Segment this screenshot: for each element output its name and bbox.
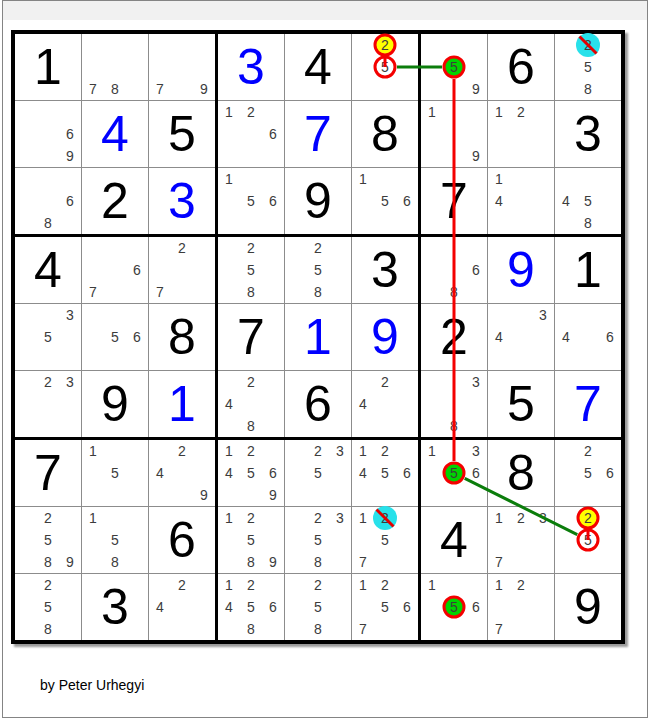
solved-digit: 6 [168, 515, 196, 565]
candidate-digit: 6 [403, 600, 411, 614]
candidate[interactable]: 5 [240, 596, 262, 618]
cell-r1c4[interactable]: 3 [218, 34, 284, 100]
cell-r8c1[interactable]: 2589 [15, 507, 81, 573]
author-credit: by Peter Urhegyi [40, 677, 144, 693]
cell-r1c6[interactable]: 25 [352, 34, 418, 100]
candidate[interactable]: 2 [510, 101, 532, 123]
candidate[interactable]: 6 [262, 190, 284, 212]
candidate-digit: 2 [247, 444, 255, 458]
board-grid: 1787934255962586945126781912368231569156… [15, 34, 621, 640]
cell-r7c3[interactable]: 249 [149, 440, 215, 506]
candidate[interactable]: 2 [307, 237, 329, 259]
candidate[interactable]: 3 [532, 507, 554, 529]
candidate[interactable]: 4 [149, 596, 171, 618]
candidate-digit: 1 [359, 172, 367, 186]
cell-r6c7[interactable]: 38 [421, 371, 487, 437]
candidate[interactable]: 8 [307, 551, 329, 573]
candidate-digit: 2 [247, 241, 255, 255]
candidate-red-ring[interactable]: 5 [374, 56, 396, 78]
candidate[interactable]: 6 [262, 462, 284, 484]
candidate-digit: 9 [472, 149, 480, 163]
candidate[interactable]: 2 [37, 507, 59, 529]
candidate-digit: 2 [247, 375, 255, 389]
candidate[interactable]: 8 [443, 281, 465, 303]
cell-r4c1[interactable]: 4 [15, 237, 81, 303]
candidate[interactable]: 6 [396, 190, 418, 212]
candidate[interactable]: 1 [218, 507, 240, 529]
cell-r6c9[interactable]: 7 [555, 371, 621, 437]
cell-r6c2[interactable]: 9 [82, 371, 148, 437]
candidate-digit: 5 [584, 194, 592, 208]
candidate[interactable]: 1 [488, 101, 510, 123]
candidate[interactable]: 7 [149, 78, 171, 100]
candidate[interactable]: 1 [352, 507, 374, 529]
candidate[interactable]: 8 [240, 618, 262, 640]
candidate-digit: 5 [381, 600, 389, 614]
candidate[interactable]: 1 [421, 101, 443, 123]
cell-r6c6[interactable]: 24 [352, 371, 418, 437]
candidate[interactable]: 2 [171, 440, 193, 462]
candidate[interactable]: 1 [82, 507, 104, 529]
candidate[interactable]: 6 [59, 190, 81, 212]
candidate[interactable]: 1 [488, 574, 510, 596]
candidate[interactable]: 3 [532, 304, 554, 326]
candidate-digit: 1 [495, 511, 503, 525]
candidate-digit: 5 [381, 194, 389, 208]
cell-r3c8[interactable]: 14 [488, 168, 554, 234]
candidate[interactable]: 3 [329, 507, 351, 529]
cell-r7c8[interactable]: 8 [488, 440, 554, 506]
candidate[interactable]: 8 [104, 78, 126, 100]
candidate[interactable]: 8 [577, 212, 599, 234]
candidate-digit: 8 [247, 285, 255, 299]
candidate[interactable]: 1 [352, 168, 374, 190]
candidate-digit: 1 [225, 105, 233, 119]
cell-r3c9[interactable]: 458 [555, 168, 621, 234]
cell-r4c6[interactable]: 3 [352, 237, 418, 303]
candidate-digit: 3 [66, 375, 74, 389]
candidate[interactable]: 9 [193, 78, 215, 100]
candidate-digit: 2 [584, 511, 592, 525]
cell-r7c1[interactable]: 7 [15, 440, 81, 506]
cell-r9c9[interactable]: 9 [555, 574, 621, 640]
candidate[interactable]: 5 [240, 462, 262, 484]
candidate[interactable]: 8 [37, 212, 59, 234]
candidate[interactable]: 2 [171, 237, 193, 259]
candidate[interactable]: 3 [59, 371, 81, 393]
candidate[interactable]: 6 [262, 596, 284, 618]
candidate[interactable]: 2 [307, 440, 329, 462]
candidate[interactable]: 2 [510, 507, 532, 529]
candidate-digit: 2 [381, 444, 389, 458]
cell-r7c4[interactable]: 124569 [218, 440, 284, 506]
candidate-digit: 5 [247, 466, 255, 480]
candidate-green-circle[interactable]: 5 [443, 462, 465, 484]
candidate-digit: 1 [359, 444, 367, 458]
candidate[interactable]: 1 [421, 574, 443, 596]
candidate[interactable]: 3 [329, 440, 351, 462]
solved-digit: 2 [440, 312, 468, 362]
candidate[interactable]: 6 [599, 462, 621, 484]
candidate-digit: 2 [314, 241, 322, 255]
candidate-digit: 3 [66, 308, 74, 322]
cell-r1c1[interactable]: 1 [15, 34, 81, 100]
candidate-digit: 8 [111, 82, 119, 96]
candidate[interactable]: 3 [465, 440, 487, 462]
cell-r4c9[interactable]: 1 [555, 237, 621, 303]
candidate[interactable]: 4 [218, 596, 240, 618]
candidate[interactable]: 7 [149, 281, 171, 303]
candidate[interactable]: 5 [240, 259, 262, 281]
cell-r7c7[interactable]: 1356 [421, 440, 487, 506]
candidate[interactable]: 7 [488, 618, 510, 640]
candidate-digit: 2 [314, 578, 322, 592]
candidate[interactable]: 6 [465, 259, 487, 281]
cell-r4c2[interactable]: 67 [82, 237, 148, 303]
candidate[interactable]: 7 [82, 78, 104, 100]
candidate-digit: 2 [178, 444, 186, 458]
candidate-digit: 1 [359, 511, 367, 525]
cell-r7c2[interactable]: 15 [82, 440, 148, 506]
candidate-digit: 5 [381, 466, 389, 480]
candidate[interactable]: 2 [510, 574, 532, 596]
cell-r3c3[interactable]: 3 [149, 168, 215, 234]
candidate[interactable]: 1 [352, 440, 374, 462]
candidate[interactable]: 6 [599, 326, 621, 348]
candidate-digit: 4 [495, 330, 503, 344]
candidate-cyan-strike[interactable]: 2 [374, 507, 396, 529]
candidate[interactable]: 5 [104, 462, 126, 484]
candidate[interactable]: 8 [577, 78, 599, 100]
candidate-digit: 3 [472, 375, 480, 389]
candidate[interactable]: 7 [352, 551, 374, 573]
candidate-digit: 7 [495, 555, 503, 569]
solved-digit: 5 [507, 379, 535, 429]
candidate-digit: 3 [336, 511, 344, 525]
cell-r8c2[interactable]: 158 [82, 507, 148, 573]
candidate-digit: 2 [314, 444, 322, 458]
candidate-digit: 9 [269, 555, 277, 569]
candidate[interactable]: 5 [374, 190, 396, 212]
cell-r9c4[interactable]: 124568 [218, 574, 284, 640]
cell-r3c6[interactable]: 156 [352, 168, 418, 234]
candidate-digit: 5 [111, 330, 119, 344]
candidate-digit: 5 [247, 263, 255, 277]
candidate-digit: 9 [472, 82, 480, 96]
cell-r1c7[interactable]: 59 [421, 34, 487, 100]
cell-r8c7[interactable]: 4 [421, 507, 487, 573]
candidate-green-circle[interactable]: 5 [443, 56, 465, 78]
candidate[interactable]: 1 [218, 440, 240, 462]
cell-r7c5[interactable]: 235 [285, 440, 351, 506]
cell-r6c8[interactable]: 5 [488, 371, 554, 437]
cell-r2c3[interactable]: 5 [149, 101, 215, 167]
candidate[interactable]: 2 [307, 574, 329, 596]
candidate[interactable]: 8 [37, 551, 59, 573]
candidate[interactable]: 8 [307, 281, 329, 303]
cell-r1c2[interactable]: 78 [82, 34, 148, 100]
cell-r9c6[interactable]: 12567 [352, 574, 418, 640]
cell-r2c2[interactable]: 4 [82, 101, 148, 167]
solved-digit: 7 [34, 448, 62, 498]
cell-r2c1[interactable]: 69 [15, 101, 81, 167]
candidate[interactable]: 7 [352, 618, 374, 640]
cell-r2c8[interactable]: 12 [488, 101, 554, 167]
candidate[interactable]: 2 [240, 440, 262, 462]
candidate[interactable]: 7 [82, 281, 104, 303]
candidate[interactable]: 2 [374, 371, 396, 393]
candidate[interactable]: 8 [240, 551, 262, 573]
candidate-digit: 9 [200, 82, 208, 96]
candidate[interactable]: 4 [352, 462, 374, 484]
candidate[interactable]: 8 [307, 618, 329, 640]
candidate[interactable]: 5 [37, 529, 59, 551]
cell-r3c1[interactable]: 68 [15, 168, 81, 234]
cell-r4c7[interactable]: 68 [421, 237, 487, 303]
cell-r8c4[interactable]: 12589 [218, 507, 284, 573]
solved-digit: 4 [304, 42, 332, 92]
candidate[interactable]: 4 [488, 190, 510, 212]
solved-digit: 9 [574, 582, 602, 632]
cell-r6c4[interactable]: 248 [218, 371, 284, 437]
cell-r3c4[interactable]: 156 [218, 168, 284, 234]
candidate[interactable]: 9 [465, 145, 487, 167]
cell-r5c4[interactable]: 7 [218, 304, 284, 370]
candidate-digit: 5 [44, 330, 52, 344]
candidate[interactable]: 2 [374, 574, 396, 596]
candidate[interactable]: 5 [37, 326, 59, 348]
cell-r1c8[interactable]: 6 [488, 34, 554, 100]
candidate-digit: 8 [44, 622, 52, 636]
cell-r5c3[interactable]: 8 [149, 304, 215, 370]
candidate-digit: 7 [89, 285, 97, 299]
candidate[interactable]: 4 [149, 462, 171, 484]
candidate[interactable]: 2 [374, 440, 396, 462]
cell-r6c5[interactable]: 6 [285, 371, 351, 437]
candidate[interactable]: 5 [307, 529, 329, 551]
candidate[interactable]: 2 [37, 371, 59, 393]
cell-r1c3[interactable]: 79 [149, 34, 215, 100]
candidate-digit: 9 [200, 488, 208, 502]
cell-r4c8[interactable]: 9 [488, 237, 554, 303]
candidate[interactable]: 5 [577, 56, 599, 78]
candidate[interactable]: 4 [555, 326, 577, 348]
candidate[interactable]: 1 [488, 507, 510, 529]
candidate[interactable]: 2 [171, 574, 193, 596]
candidate[interactable]: 4 [352, 393, 374, 415]
candidate[interactable]: 6 [396, 596, 418, 618]
cell-r9c8[interactable]: 127 [488, 574, 554, 640]
candidate-yellow-circle[interactable]: 2 [374, 34, 396, 56]
solved-digit-blue: 7 [574, 379, 602, 429]
candidate[interactable]: 9 [59, 145, 81, 167]
candidate[interactable]: 8 [443, 415, 465, 437]
candidate[interactable]: 5 [307, 259, 329, 281]
candidate[interactable]: 5 [374, 596, 396, 618]
cell-r5c6[interactable]: 9 [352, 304, 418, 370]
candidate[interactable]: 1 [82, 440, 104, 462]
candidate-digit: 2 [247, 105, 255, 119]
cell-r3c2[interactable]: 2 [82, 168, 148, 234]
cell-r7c9[interactable]: 256 [555, 440, 621, 506]
solved-digit: 4 [34, 245, 62, 295]
candidate[interactable]: 6 [126, 259, 148, 281]
candidate[interactable]: 2 [240, 101, 262, 123]
cell-r6c1[interactable]: 23 [15, 371, 81, 437]
candidate[interactable]: 2 [577, 440, 599, 462]
candidate-digit: 2 [517, 578, 525, 592]
candidate-digit: 4 [225, 600, 233, 614]
candidate[interactable]: 5 [374, 462, 396, 484]
cell-r5c2[interactable]: 56 [82, 304, 148, 370]
candidate-digit: 5 [450, 600, 458, 614]
candidate-digit: 4 [562, 330, 570, 344]
candidate[interactable]: 5 [37, 596, 59, 618]
solved-digit-blue: 1 [168, 379, 196, 429]
cell-r6c3[interactable]: 1 [149, 371, 215, 437]
candidate[interactable]: 1 [488, 168, 510, 190]
candidate[interactable]: 1 [218, 168, 240, 190]
cell-r8c5[interactable]: 2358 [285, 507, 351, 573]
cell-r3c5[interactable]: 9 [285, 168, 351, 234]
candidate[interactable]: 9 [59, 551, 81, 573]
candidate[interactable]: 1 [421, 440, 443, 462]
candidate-digit: 1 [428, 105, 436, 119]
candidate-digit: 1 [428, 578, 436, 592]
candidate[interactable]: 9 [193, 484, 215, 506]
solved-digit-blue: 3 [237, 42, 265, 92]
cell-r2c5[interactable]: 7 [285, 101, 351, 167]
cell-r8c3[interactable]: 6 [149, 507, 215, 573]
candidate-digit: 4 [156, 466, 164, 480]
candidate[interactable]: 6 [465, 462, 487, 484]
cell-r8c9[interactable]: 25 [555, 507, 621, 573]
candidate[interactable]: 3 [59, 304, 81, 326]
cell-r2c7[interactable]: 19 [421, 101, 487, 167]
cell-r1c5[interactable]: 4 [285, 34, 351, 100]
cell-r7c6[interactable]: 12456 [352, 440, 418, 506]
candidate[interactable]: 1 [218, 101, 240, 123]
cell-r5c9[interactable]: 46 [555, 304, 621, 370]
cell-r2c4[interactable]: 126 [218, 101, 284, 167]
candidate[interactable]: 5 [307, 596, 329, 618]
candidate[interactable]: 4 [555, 190, 577, 212]
candidate[interactable]: 9 [262, 484, 284, 506]
cell-r5c7[interactable]: 2 [421, 304, 487, 370]
candidate-digit: 2 [178, 578, 186, 592]
candidate[interactable]: 5 [374, 529, 396, 551]
candidate[interactable]: 6 [59, 123, 81, 145]
candidate[interactable]: 8 [104, 551, 126, 573]
candidate-digit: 5 [111, 533, 119, 547]
candidate-red-ring[interactable]: 5 [577, 529, 599, 551]
cell-r8c6[interactable]: 1257 [352, 507, 418, 573]
candidate[interactable]: 5 [577, 462, 599, 484]
cell-r9c2[interactable]: 3 [82, 574, 148, 640]
candidate[interactable]: 3 [465, 371, 487, 393]
candidate[interactable]: 2 [240, 371, 262, 393]
cell-r9c7[interactable]: 156 [421, 574, 487, 640]
candidate[interactable]: 1 [218, 574, 240, 596]
candidate[interactable]: 5 [104, 529, 126, 551]
candidate-digit: 8 [584, 82, 592, 96]
solved-digit-blue: 1 [304, 312, 332, 362]
candidate[interactable]: 8 [37, 618, 59, 640]
cell-r4c3[interactable]: 27 [149, 237, 215, 303]
solved-digit-blue: 3 [168, 176, 196, 226]
solved-digit-blue: 7 [304, 109, 332, 159]
solved-digit: 5 [168, 109, 196, 159]
candidate[interactable]: 2 [240, 574, 262, 596]
candidate-digit: 8 [314, 555, 322, 569]
candidate-digit: 2 [584, 444, 592, 458]
candidate[interactable]: 7 [488, 551, 510, 573]
candidate-digit: 7 [359, 622, 367, 636]
solved-digit: 6 [304, 379, 332, 429]
candidate-yellow-circle[interactable]: 2 [577, 507, 599, 529]
candidate[interactable]: 9 [262, 551, 284, 573]
candidate[interactable]: 5 [307, 462, 329, 484]
cell-r8c8[interactable]: 1237 [488, 507, 554, 573]
candidate-digit: 8 [44, 555, 52, 569]
cell-r5c1[interactable]: 35 [15, 304, 81, 370]
cell-r2c9[interactable]: 3 [555, 101, 621, 167]
candidate[interactable]: 2 [240, 507, 262, 529]
candidate[interactable]: 6 [396, 462, 418, 484]
cell-r9c3[interactable]: 24 [149, 574, 215, 640]
candidate[interactable]: 6 [126, 326, 148, 348]
candidate[interactable]: 4 [218, 393, 240, 415]
cell-r3c7[interactable]: 7 [421, 168, 487, 234]
cell-r4c5[interactable]: 258 [285, 237, 351, 303]
cell-r2c6[interactable]: 8 [352, 101, 418, 167]
candidate[interactable]: 2 [307, 507, 329, 529]
candidate-cyan-strike[interactable]: 2 [577, 34, 599, 56]
candidate[interactable]: 5 [577, 190, 599, 212]
candidate-digit: 1 [495, 578, 503, 592]
cell-r5c8[interactable]: 34 [488, 304, 554, 370]
cell-r9c5[interactable]: 258 [285, 574, 351, 640]
candidate[interactable]: 9 [465, 78, 487, 100]
candidate-digit: 6 [472, 466, 480, 480]
candidate[interactable]: 8 [240, 415, 262, 437]
candidate-digit: 4 [359, 397, 367, 411]
candidate[interactable]: 2 [37, 574, 59, 596]
candidate-digit: 8 [450, 285, 458, 299]
candidate[interactable]: 6 [465, 596, 487, 618]
cell-r5c5[interactable]: 1 [285, 304, 351, 370]
candidate[interactable]: 4 [488, 326, 510, 348]
candidate[interactable]: 1 [352, 574, 374, 596]
cell-r4c4[interactable]: 258 [218, 237, 284, 303]
candidate-digit: 1 [89, 511, 97, 525]
candidate[interactable]: 4 [218, 462, 240, 484]
candidate-green-circle[interactable]: 5 [443, 596, 465, 618]
cell-r1c9[interactable]: 258 [555, 34, 621, 100]
cell-r9c1[interactable]: 258 [15, 574, 81, 640]
solved-digit-blue: 4 [101, 109, 129, 159]
candidate[interactable]: 5 [240, 529, 262, 551]
candidate[interactable]: 8 [240, 281, 262, 303]
candidate[interactable]: 5 [240, 190, 262, 212]
candidate[interactable]: 2 [240, 237, 262, 259]
candidate-digit: 9 [269, 488, 277, 502]
candidate-digit: 5 [381, 533, 389, 547]
candidate-digit: 5 [584, 533, 592, 547]
candidate[interactable]: 6 [262, 123, 284, 145]
candidate-digit: 1 [89, 444, 97, 458]
candidate[interactable]: 5 [104, 326, 126, 348]
